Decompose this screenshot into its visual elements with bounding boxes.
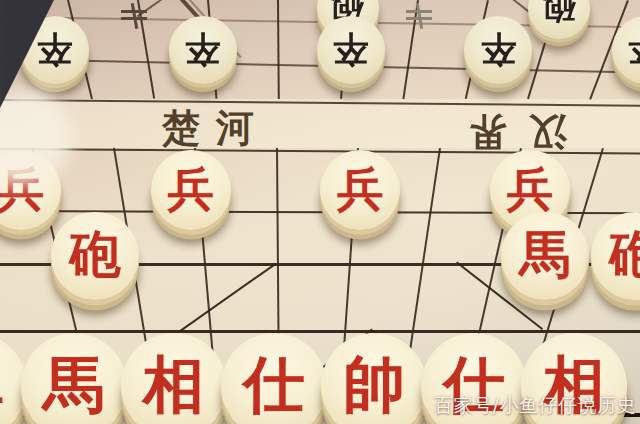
piece-character: 砲 — [609, 229, 640, 280]
piece-black-f7-r4[interactable]: 卒 — [464, 16, 532, 84]
xiangqi-board-photo: 楚河 汉界 砲砲卒卒卒卒卒兵兵兵兵砲馬砲車馬相仕帥仕相 百家号/小鱼仔仔说历史 — [0, 0, 640, 424]
piece-character: 卒 — [37, 32, 72, 67]
piece-red-f2-r10[interactable]: 馬 — [21, 333, 127, 424]
rank-line — [0, 330, 640, 333]
river-label-han-jie: 汉界 — [447, 106, 567, 157]
piece-character: 馬 — [43, 354, 104, 415]
piece-character: 兵 — [337, 166, 383, 212]
piece-red-f4-r10[interactable]: 仕 — [221, 333, 327, 424]
piece-character: 兵 — [167, 166, 213, 212]
piece-character: 仕 — [243, 354, 304, 415]
piece-character: 卒 — [333, 32, 368, 67]
piece-red-f5-r7[interactable]: 兵 — [320, 150, 400, 230]
piece-red-f3-r7[interactable]: 兵 — [151, 150, 231, 230]
watermark-text: 百家号/小鱼仔仔说历史 — [434, 393, 636, 419]
piece-character: 卒 — [185, 32, 220, 67]
piece-character: 車 — [0, 354, 4, 415]
star-marker — [119, 3, 149, 29]
piece-character: 卒 — [628, 32, 640, 67]
piece-character: 馬 — [519, 229, 570, 280]
piece-red-f2-r8[interactable]: 砲 — [51, 212, 139, 300]
piece-red-f8-r8[interactable]: 砲 — [591, 212, 640, 300]
piece-character: 兵 — [507, 166, 553, 212]
river-label-chu-he: 楚河 — [162, 103, 270, 154]
piece-character: 帥 — [343, 354, 404, 415]
piece-black-f8-r3[interactable]: 砲 — [528, 0, 590, 39]
piece-character: 卒 — [481, 32, 516, 67]
piece-character: 砲 — [543, 0, 575, 24]
piece-character: 相 — [143, 354, 204, 415]
piece-black-f5-r4[interactable]: 卒 — [317, 16, 385, 84]
piece-black-f3-r4[interactable]: 卒 — [169, 16, 237, 84]
star-marker — [404, 3, 434, 29]
piece-red-f7-r8[interactable]: 馬 — [501, 212, 589, 300]
piece-character: 砲 — [70, 229, 121, 280]
